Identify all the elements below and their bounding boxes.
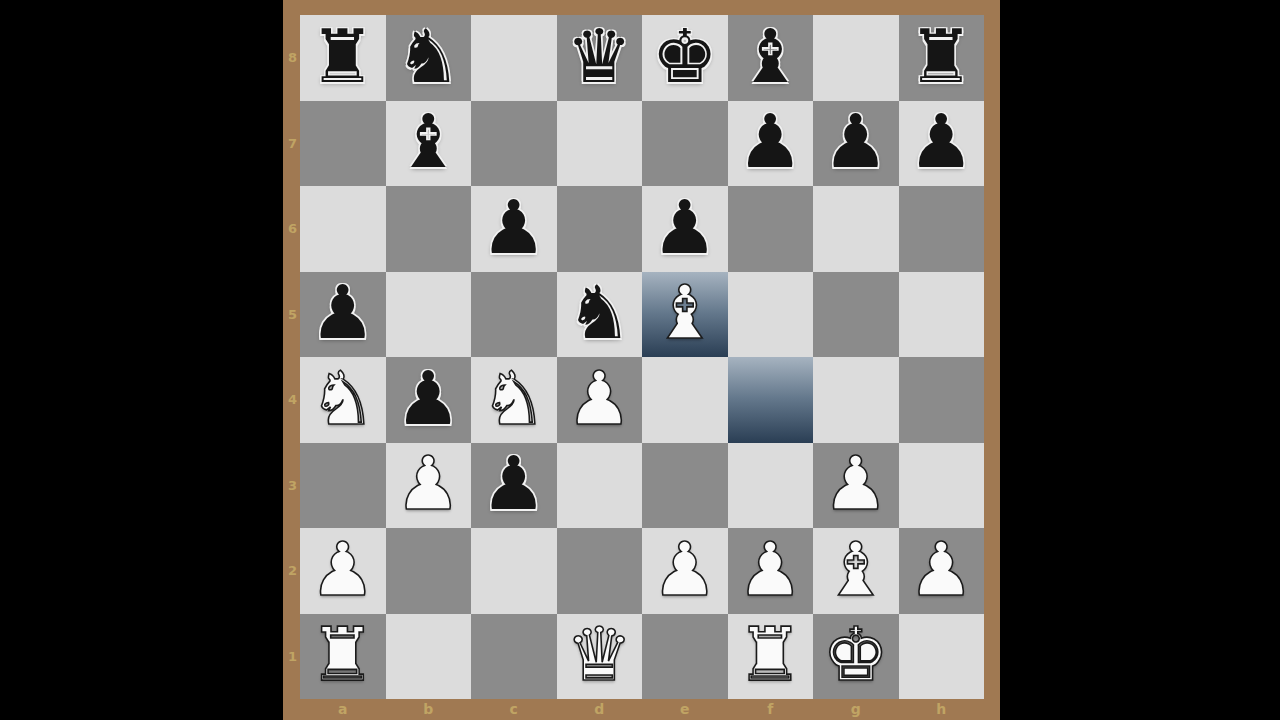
square-f5[interactable] (728, 272, 814, 358)
square-g6[interactable] (813, 186, 899, 272)
square-b7[interactable]: ♝ (386, 101, 472, 187)
rank-label-7: 7 (283, 101, 299, 187)
file-label-h: h (899, 698, 985, 720)
file-labels: abcdefgh (300, 698, 984, 720)
app-background: ♜♞♛♚♝♜♝♟♟♟♟♟♟♞♝♞♟♞♟♟♟♟♟♟♟♝♟♜♛♜♚ 87654321… (0, 0, 1280, 720)
square-g7[interactable]: ♟ (813, 101, 899, 187)
square-g2[interactable]: ♝ (813, 528, 899, 614)
piece-black-knight[interactable]: ♞ (566, 275, 632, 349)
square-h2[interactable]: ♟ (899, 528, 985, 614)
square-b5[interactable] (386, 272, 472, 358)
piece-white-pawn[interactable]: ♟ (652, 532, 718, 606)
square-h7[interactable]: ♟ (899, 101, 985, 187)
file-label-a: a (300, 698, 386, 720)
square-e4[interactable] (642, 357, 728, 443)
chess-board[interactable]: ♜♞♛♚♝♜♝♟♟♟♟♟♟♞♝♞♟♞♟♟♟♟♟♟♟♝♟♜♛♜♚ (300, 15, 984, 699)
piece-black-pawn[interactable]: ♟ (395, 361, 461, 435)
square-c2[interactable] (471, 528, 557, 614)
square-b8[interactable]: ♞ (386, 15, 472, 101)
square-d1[interactable]: ♛ (557, 614, 643, 700)
rank-label-2: 2 (283, 528, 299, 614)
square-d4[interactable]: ♟ (557, 357, 643, 443)
square-c1[interactable] (471, 614, 557, 700)
square-d7[interactable] (557, 101, 643, 187)
square-h6[interactable] (899, 186, 985, 272)
piece-white-bishop[interactable]: ♝ (652, 275, 718, 349)
rank-label-8: 8 (283, 15, 299, 101)
piece-white-pawn[interactable]: ♟ (395, 446, 461, 520)
file-label-f: f (728, 698, 814, 720)
square-e3[interactable] (642, 443, 728, 529)
piece-black-pawn[interactable]: ♟ (481, 446, 547, 520)
piece-black-rook[interactable]: ♜ (310, 19, 376, 93)
square-b2[interactable] (386, 528, 472, 614)
square-e5[interactable]: ♝ (642, 272, 728, 358)
square-c4[interactable]: ♞ (471, 357, 557, 443)
square-c3[interactable]: ♟ (471, 443, 557, 529)
rank-label-1: 1 (283, 614, 299, 700)
piece-black-pawn[interactable]: ♟ (823, 104, 889, 178)
square-c7[interactable] (471, 101, 557, 187)
square-c6[interactable]: ♟ (471, 186, 557, 272)
square-b4[interactable]: ♟ (386, 357, 472, 443)
file-label-c: c (471, 698, 557, 720)
piece-white-king[interactable]: ♚ (823, 617, 889, 691)
square-b6[interactable] (386, 186, 472, 272)
square-d3[interactable] (557, 443, 643, 529)
square-d2[interactable] (557, 528, 643, 614)
square-e8[interactable]: ♚ (642, 15, 728, 101)
square-c8[interactable] (471, 15, 557, 101)
square-h5[interactable] (899, 272, 985, 358)
square-g3[interactable]: ♟ (813, 443, 899, 529)
piece-black-pawn[interactable]: ♟ (737, 104, 803, 178)
square-e6[interactable]: ♟ (642, 186, 728, 272)
piece-white-rook[interactable]: ♜ (310, 617, 376, 691)
piece-white-queen[interactable]: ♛ (566, 617, 632, 691)
square-a7[interactable] (300, 101, 386, 187)
piece-black-pawn[interactable]: ♟ (908, 104, 974, 178)
piece-white-pawn[interactable]: ♟ (310, 532, 376, 606)
file-label-e: e (642, 698, 728, 720)
square-g1[interactable]: ♚ (813, 614, 899, 700)
square-g8[interactable] (813, 15, 899, 101)
square-f1[interactable]: ♜ (728, 614, 814, 700)
piece-white-pawn[interactable]: ♟ (908, 532, 974, 606)
square-e1[interactable] (642, 614, 728, 700)
square-b1[interactable] (386, 614, 472, 700)
piece-white-pawn[interactable]: ♟ (737, 532, 803, 606)
square-e2[interactable]: ♟ (642, 528, 728, 614)
square-c5[interactable] (471, 272, 557, 358)
piece-black-king[interactable]: ♚ (652, 19, 718, 93)
square-d5[interactable]: ♞ (557, 272, 643, 358)
square-f3[interactable] (728, 443, 814, 529)
piece-black-bishop[interactable]: ♝ (737, 19, 803, 93)
piece-white-pawn[interactable]: ♟ (823, 446, 889, 520)
square-h3[interactable] (899, 443, 985, 529)
square-f4[interactable] (728, 357, 814, 443)
file-label-b: b (386, 698, 472, 720)
square-h1[interactable] (899, 614, 985, 700)
file-label-d: d (557, 698, 643, 720)
square-h8[interactable]: ♜ (899, 15, 985, 101)
piece-white-rook[interactable]: ♜ (737, 617, 803, 691)
piece-white-knight[interactable]: ♞ (481, 361, 547, 435)
square-d6[interactable] (557, 186, 643, 272)
piece-black-queen[interactable]: ♛ (566, 19, 632, 93)
rank-label-6: 6 (283, 186, 299, 272)
square-f8[interactable]: ♝ (728, 15, 814, 101)
square-a5[interactable]: ♟ (300, 272, 386, 358)
square-f7[interactable]: ♟ (728, 101, 814, 187)
square-e7[interactable] (642, 101, 728, 187)
piece-black-rook[interactable]: ♜ (908, 19, 974, 93)
square-h4[interactable] (899, 357, 985, 443)
square-a6[interactable] (300, 186, 386, 272)
square-a2[interactable]: ♟ (300, 528, 386, 614)
rank-label-4: 4 (283, 357, 299, 443)
piece-black-pawn[interactable]: ♟ (652, 190, 718, 264)
rank-label-5: 5 (283, 272, 299, 358)
square-a4[interactable]: ♞ (300, 357, 386, 443)
square-f2[interactable]: ♟ (728, 528, 814, 614)
piece-black-pawn[interactable]: ♟ (481, 190, 547, 264)
piece-black-bishop[interactable]: ♝ (395, 104, 461, 178)
piece-white-bishop[interactable]: ♝ (823, 532, 889, 606)
rank-label-3: 3 (283, 443, 299, 529)
square-a3[interactable] (300, 443, 386, 529)
piece-white-pawn[interactable]: ♟ (566, 361, 632, 435)
piece-black-knight[interactable]: ♞ (395, 19, 461, 93)
square-a8[interactable]: ♜ (300, 15, 386, 101)
rank-labels: 87654321 (283, 15, 299, 699)
square-a1[interactable]: ♜ (300, 614, 386, 700)
piece-black-pawn[interactable]: ♟ (310, 275, 376, 349)
piece-white-knight[interactable]: ♞ (310, 361, 376, 435)
file-label-g: g (813, 698, 899, 720)
square-f6[interactable] (728, 186, 814, 272)
square-g5[interactable] (813, 272, 899, 358)
square-d8[interactable]: ♛ (557, 15, 643, 101)
square-b3[interactable]: ♟ (386, 443, 472, 529)
square-g4[interactable] (813, 357, 899, 443)
